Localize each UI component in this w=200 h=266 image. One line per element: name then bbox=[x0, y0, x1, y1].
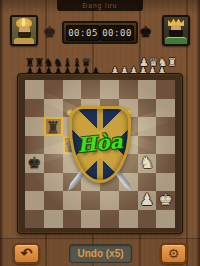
top-banner: Đang lưu bbox=[57, 0, 143, 11]
right-clock-display: 00:00 bbox=[100, 25, 134, 41]
square-a3[interactable] bbox=[25, 173, 44, 192]
square-h3[interactable] bbox=[156, 173, 175, 192]
left-clock-display: 00:05 bbox=[66, 25, 100, 41]
square-h1[interactable] bbox=[156, 210, 175, 229]
square-a7[interactable] bbox=[25, 99, 44, 118]
square-g2[interactable]: ♟ bbox=[138, 191, 157, 210]
square-d8[interactable] bbox=[81, 80, 100, 99]
left-avatar-body bbox=[14, 38, 34, 45]
piece-white-king[interactable]: ♚ bbox=[156, 191, 175, 210]
square-b7[interactable] bbox=[44, 99, 63, 118]
square-e8[interactable] bbox=[100, 80, 119, 99]
game-clock: 00:05 00:00 bbox=[62, 21, 138, 44]
square-a1[interactable] bbox=[25, 210, 44, 229]
left-player-avatar[interactable] bbox=[10, 15, 38, 46]
right-player-king-icon: ♚ bbox=[139, 23, 152, 41]
square-h5[interactable] bbox=[156, 136, 175, 155]
gear-icon: ⚙ bbox=[168, 247, 180, 260]
square-g8[interactable] bbox=[138, 80, 157, 99]
square-d2[interactable] bbox=[81, 191, 100, 210]
square-e2[interactable] bbox=[100, 191, 119, 210]
square-h8[interactable] bbox=[156, 80, 175, 99]
square-c2[interactable] bbox=[63, 191, 82, 210]
square-c8[interactable] bbox=[63, 80, 82, 99]
square-d1[interactable] bbox=[81, 210, 100, 229]
square-b3[interactable] bbox=[44, 173, 63, 192]
square-f3[interactable] bbox=[119, 173, 138, 192]
square-g1[interactable] bbox=[138, 210, 157, 229]
square-f8[interactable] bbox=[119, 80, 138, 99]
square-f2[interactable] bbox=[119, 191, 138, 210]
undo-button[interactable]: Undo (x5) bbox=[69, 244, 132, 263]
square-e1[interactable] bbox=[100, 210, 119, 229]
square-g3[interactable] bbox=[138, 173, 157, 192]
square-a4[interactable]: ♚ bbox=[25, 154, 44, 173]
square-h7[interactable] bbox=[156, 99, 175, 118]
right-player-avatar[interactable] bbox=[162, 15, 190, 46]
piece-black-rook[interactable]: ♜ bbox=[46, 119, 61, 134]
settings-button[interactable]: ⚙ bbox=[160, 243, 187, 264]
square-a2[interactable] bbox=[25, 191, 44, 210]
square-b8[interactable] bbox=[44, 80, 63, 99]
back-button[interactable]: ↶ bbox=[13, 243, 40, 264]
square-g4[interactable]: ♞ bbox=[138, 154, 157, 173]
square-b2[interactable] bbox=[44, 191, 63, 210]
piece-white-knight[interactable]: ♞ bbox=[138, 154, 157, 173]
piece-black-king[interactable]: ♚ bbox=[25, 154, 44, 173]
left-player-king-icon: ♚ bbox=[43, 23, 56, 41]
square-h6[interactable] bbox=[156, 117, 175, 136]
square-g7[interactable] bbox=[138, 99, 157, 118]
undo-arrow-icon: ↶ bbox=[21, 246, 33, 260]
square-h4[interactable] bbox=[156, 154, 175, 173]
piece-white-pawn[interactable]: ♟ bbox=[138, 191, 157, 210]
square-a6[interactable] bbox=[25, 117, 44, 136]
square-b1[interactable] bbox=[44, 210, 63, 229]
square-c1[interactable] bbox=[63, 210, 82, 229]
square-a8[interactable] bbox=[25, 80, 44, 99]
square-c3[interactable] bbox=[63, 173, 82, 192]
chess-app: Đang lưu ♚ 00:05 00:00 ♚ ♜♜♞♞♝♝♛ ♟♟♟♟♟♟♟… bbox=[0, 0, 200, 266]
square-f1[interactable] bbox=[119, 210, 138, 229]
square-b6[interactable]: ♜ bbox=[44, 117, 63, 136]
right-avatar-body bbox=[165, 37, 187, 46]
square-h2[interactable]: ♚ bbox=[156, 191, 175, 210]
captured-piece: ♜ bbox=[167, 58, 176, 68]
square-a5[interactable] bbox=[25, 136, 44, 155]
